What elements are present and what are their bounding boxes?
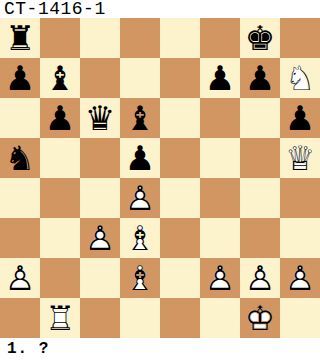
square-e4[interactable] (160, 178, 200, 218)
white-piece-outline: ♘ (280, 58, 320, 98)
square-h4[interactable] (280, 178, 320, 218)
white-king: ♚♔ (240, 298, 280, 338)
square-b1[interactable]: ♜♖ (40, 298, 80, 338)
black-bishop: ♝ (120, 98, 160, 138)
white-piece-fill: ♟ (200, 258, 240, 298)
square-g5[interactable] (240, 138, 280, 178)
square-b6[interactable]: ♟ (40, 98, 80, 138)
square-e3[interactable] (160, 218, 200, 258)
white-piece-fill: ♜ (40, 298, 80, 338)
title-bar: CT-1416-1 (0, 0, 320, 18)
square-d3[interactable]: ♝♗ (120, 218, 160, 258)
white-pawn: ♟♙ (120, 178, 160, 218)
white-pawn: ♟♙ (240, 258, 280, 298)
white-piece-outline: ♗ (120, 218, 160, 258)
chess-board: ♜♚♟♝♟♟♞♘♟♛♝♟♞♟♛♕♟♙♟♙♝♗♟♙♝♗♟♙♟♙♟♙♜♖♚♔ (0, 18, 320, 338)
white-pawn: ♟♙ (0, 258, 40, 298)
white-piece-fill: ♟ (0, 258, 40, 298)
white-piece-outline: ♙ (280, 258, 320, 298)
square-c1[interactable] (80, 298, 120, 338)
square-b2[interactable] (40, 258, 80, 298)
square-b8[interactable] (40, 18, 80, 58)
square-g6[interactable] (240, 98, 280, 138)
square-c5[interactable] (80, 138, 120, 178)
square-b7[interactable]: ♝ (40, 58, 80, 98)
square-d4[interactable]: ♟♙ (120, 178, 160, 218)
white-bishop: ♝♗ (120, 218, 160, 258)
square-g3[interactable] (240, 218, 280, 258)
square-h1[interactable] (280, 298, 320, 338)
square-f6[interactable] (200, 98, 240, 138)
square-a8[interactable]: ♜ (0, 18, 40, 58)
square-e1[interactable] (160, 298, 200, 338)
black-pawn: ♟ (200, 58, 240, 98)
black-pawn: ♟ (280, 98, 320, 138)
white-piece-outline: ♔ (240, 298, 280, 338)
white-piece-fill: ♝ (120, 218, 160, 258)
white-queen: ♛♕ (280, 138, 320, 178)
white-piece-outline: ♗ (120, 258, 160, 298)
square-g8[interactable]: ♚ (240, 18, 280, 58)
square-h5[interactable]: ♛♕ (280, 138, 320, 178)
puzzle-id: CT-1416-1 (4, 0, 106, 18)
white-piece-fill: ♟ (120, 178, 160, 218)
square-g2[interactable]: ♟♙ (240, 258, 280, 298)
white-piece-fill: ♟ (240, 258, 280, 298)
square-f1[interactable] (200, 298, 240, 338)
square-g7[interactable]: ♟ (240, 58, 280, 98)
square-h3[interactable] (280, 218, 320, 258)
white-piece-fill: ♛ (280, 138, 320, 178)
black-pawn: ♟ (240, 58, 280, 98)
move-prompt: 1. ? (7, 340, 49, 358)
square-c7[interactable] (80, 58, 120, 98)
square-d5[interactable]: ♟ (120, 138, 160, 178)
square-e7[interactable] (160, 58, 200, 98)
white-piece-outline: ♖ (40, 298, 80, 338)
square-h6[interactable]: ♟ (280, 98, 320, 138)
black-pawn: ♟ (120, 138, 160, 178)
white-piece-outline: ♙ (120, 178, 160, 218)
status-bar: 1. ? (0, 338, 320, 360)
square-f5[interactable] (200, 138, 240, 178)
square-f7[interactable]: ♟ (200, 58, 240, 98)
square-b3[interactable] (40, 218, 80, 258)
square-b5[interactable] (40, 138, 80, 178)
black-knight: ♞ (0, 138, 40, 178)
black-queen: ♛ (80, 98, 120, 138)
square-d7[interactable] (120, 58, 160, 98)
square-c6[interactable]: ♛ (80, 98, 120, 138)
square-d2[interactable]: ♝♗ (120, 258, 160, 298)
square-f3[interactable] (200, 218, 240, 258)
white-piece-outline: ♙ (240, 258, 280, 298)
square-c4[interactable] (80, 178, 120, 218)
square-f4[interactable] (200, 178, 240, 218)
white-rook: ♜♖ (40, 298, 80, 338)
white-knight: ♞♘ (280, 58, 320, 98)
black-king: ♚ (240, 18, 280, 58)
square-e6[interactable] (160, 98, 200, 138)
white-piece-outline: ♙ (200, 258, 240, 298)
white-pawn: ♟♙ (280, 258, 320, 298)
square-c8[interactable] (80, 18, 120, 58)
square-h8[interactable] (280, 18, 320, 58)
square-b4[interactable] (40, 178, 80, 218)
white-piece-fill: ♟ (80, 218, 120, 258)
white-pawn: ♟♙ (200, 258, 240, 298)
square-g4[interactable] (240, 178, 280, 218)
square-h2[interactable]: ♟♙ (280, 258, 320, 298)
square-c2[interactable] (80, 258, 120, 298)
white-piece-fill: ♚ (240, 298, 280, 338)
square-a5[interactable]: ♞ (0, 138, 40, 178)
white-bishop: ♝♗ (120, 258, 160, 298)
square-e5[interactable] (160, 138, 200, 178)
square-a2[interactable]: ♟♙ (0, 258, 40, 298)
white-piece-fill: ♞ (280, 58, 320, 98)
square-d1[interactable] (120, 298, 160, 338)
black-rook: ♜ (0, 18, 40, 58)
black-pawn: ♟ (0, 58, 40, 98)
square-a3[interactable] (0, 218, 40, 258)
square-d8[interactable] (120, 18, 160, 58)
square-h7[interactable]: ♞♘ (280, 58, 320, 98)
square-e2[interactable] (160, 258, 200, 298)
black-pawn: ♟ (40, 98, 80, 138)
square-c3[interactable]: ♟♙ (80, 218, 120, 258)
white-piece-outline: ♕ (280, 138, 320, 178)
black-bishop: ♝ (40, 58, 80, 98)
square-a4[interactable] (0, 178, 40, 218)
white-piece-outline: ♙ (80, 218, 120, 258)
square-f8[interactable] (200, 18, 240, 58)
square-g1[interactable]: ♚♔ (240, 298, 280, 338)
square-a6[interactable] (0, 98, 40, 138)
white-pawn: ♟♙ (80, 218, 120, 258)
white-piece-outline: ♙ (0, 258, 40, 298)
square-e8[interactable] (160, 18, 200, 58)
white-piece-fill: ♝ (120, 258, 160, 298)
white-piece-fill: ♟ (280, 258, 320, 298)
square-a1[interactable] (0, 298, 40, 338)
square-a7[interactable]: ♟ (0, 58, 40, 98)
square-d6[interactable]: ♝ (120, 98, 160, 138)
square-f2[interactable]: ♟♙ (200, 258, 240, 298)
